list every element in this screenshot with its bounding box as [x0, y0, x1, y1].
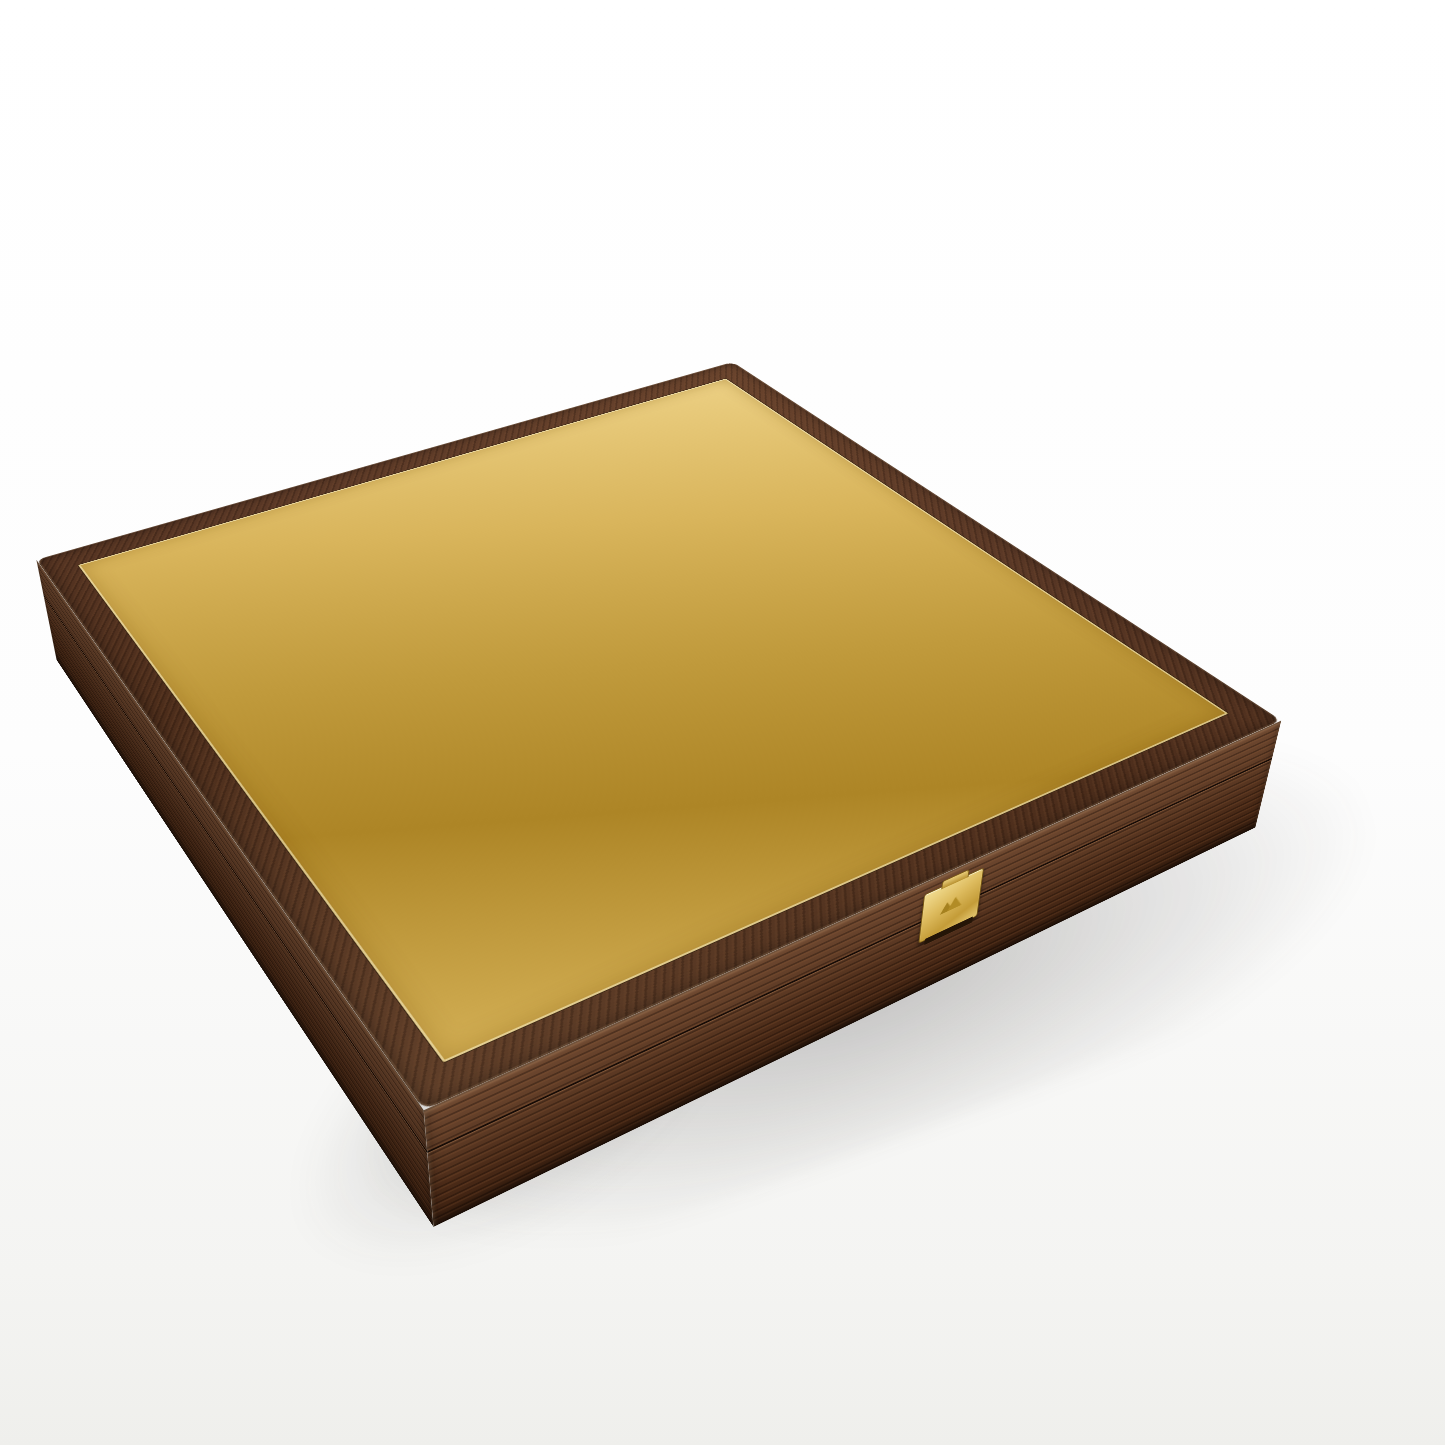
- scene: [0, 0, 1445, 1445]
- manopoulos-logo-icon: [940, 894, 963, 915]
- clasp-hook[interactable]: [941, 869, 969, 889]
- chess-case: [36, 362, 1281, 1110]
- product-photo: [0, 0, 1445, 1445]
- board-top-face: [36, 362, 1281, 1110]
- clasp-keeper-plate: [924, 916, 973, 945]
